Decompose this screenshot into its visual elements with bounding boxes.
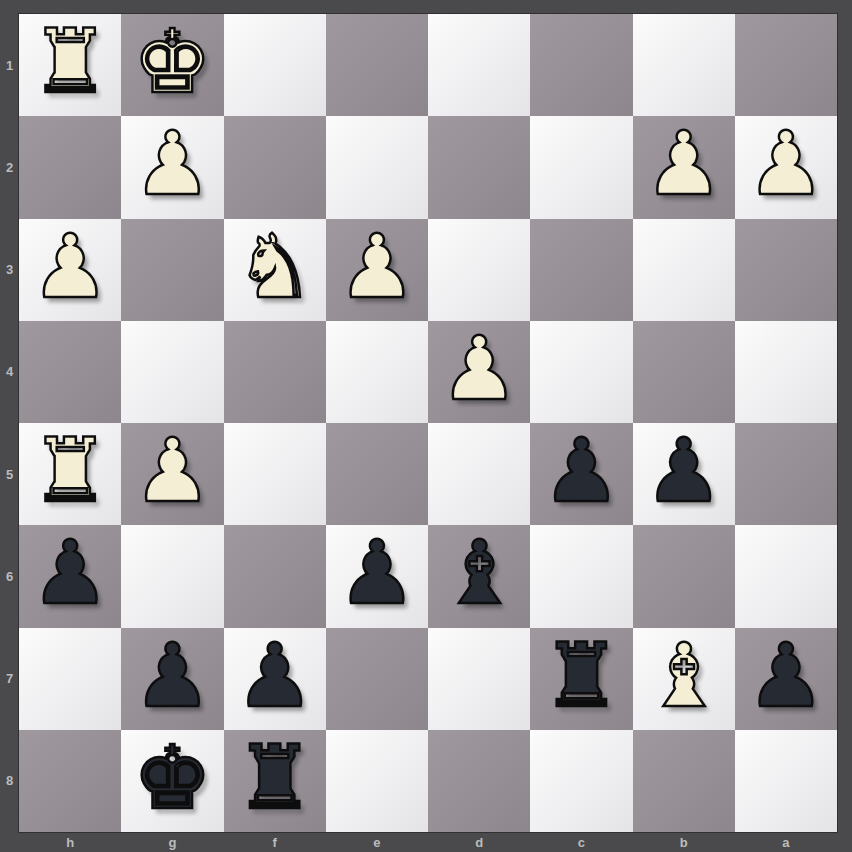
square-c4[interactable] xyxy=(530,321,632,423)
square-e8[interactable] xyxy=(326,730,428,832)
rank-labels: 12345678 xyxy=(0,14,19,832)
piece-black-rook-f8[interactable]: ♜ xyxy=(224,730,326,832)
square-a8[interactable] xyxy=(735,730,837,832)
square-e5[interactable] xyxy=(326,423,428,525)
square-h4[interactable] xyxy=(19,321,121,423)
square-a3[interactable] xyxy=(735,219,837,321)
square-d7[interactable] xyxy=(428,628,530,730)
square-g7[interactable]: ♟ xyxy=(121,628,223,730)
square-g1[interactable]: ♚ xyxy=(121,14,223,116)
square-f1[interactable] xyxy=(224,14,326,116)
piece-white-pawn-d4[interactable]: ♟ xyxy=(428,321,530,423)
square-a1[interactable] xyxy=(735,14,837,116)
square-e4[interactable] xyxy=(326,321,428,423)
file-label-f: f xyxy=(224,832,326,852)
square-f5[interactable] xyxy=(224,423,326,525)
square-c8[interactable] xyxy=(530,730,632,832)
piece-black-king-g8[interactable]: ♚ xyxy=(121,730,223,832)
square-d8[interactable] xyxy=(428,730,530,832)
square-f3[interactable]: ♞ xyxy=(224,219,326,321)
rank-label-6: 6 xyxy=(0,525,19,627)
file-label-b: b xyxy=(633,832,735,852)
square-c1[interactable] xyxy=(530,14,632,116)
piece-white-pawn-h3[interactable]: ♟ xyxy=(19,219,121,321)
square-b7[interactable]: ♝ xyxy=(633,628,735,730)
square-c2[interactable] xyxy=(530,116,632,218)
piece-white-pawn-e3[interactable]: ♟ xyxy=(326,219,428,321)
square-e2[interactable] xyxy=(326,116,428,218)
square-b3[interactable] xyxy=(633,219,735,321)
square-f7[interactable]: ♟ xyxy=(224,628,326,730)
square-b4[interactable] xyxy=(633,321,735,423)
file-label-d: d xyxy=(428,832,530,852)
piece-black-pawn-f7[interactable]: ♟ xyxy=(224,628,326,730)
square-b1[interactable] xyxy=(633,14,735,116)
square-d4[interactable]: ♟ xyxy=(428,321,530,423)
file-label-a: a xyxy=(735,832,837,852)
piece-white-pawn-b2[interactable]: ♟ xyxy=(633,116,735,218)
square-e1[interactable] xyxy=(326,14,428,116)
chess-board: ♜♚♟♟♟♟♞♟♟♜♟♟♟♟♟♝♟♟♜♝♟♚♜ xyxy=(19,14,837,832)
square-f4[interactable] xyxy=(224,321,326,423)
piece-white-pawn-g5[interactable]: ♟ xyxy=(121,423,223,525)
piece-black-pawn-c5[interactable]: ♟ xyxy=(530,423,632,525)
square-g6[interactable] xyxy=(121,525,223,627)
square-a7[interactable]: ♟ xyxy=(735,628,837,730)
square-g3[interactable] xyxy=(121,219,223,321)
square-c7[interactable]: ♜ xyxy=(530,628,632,730)
square-d6[interactable]: ♝ xyxy=(428,525,530,627)
rank-label-3: 3 xyxy=(0,219,19,321)
square-d2[interactable] xyxy=(428,116,530,218)
square-f8[interactable]: ♜ xyxy=(224,730,326,832)
piece-black-pawn-g7[interactable]: ♟ xyxy=(121,628,223,730)
square-f6[interactable] xyxy=(224,525,326,627)
square-d1[interactable] xyxy=(428,14,530,116)
piece-black-pawn-b5[interactable]: ♟ xyxy=(633,423,735,525)
square-h5[interactable]: ♜ xyxy=(19,423,121,525)
rank-label-2: 2 xyxy=(0,116,19,218)
piece-white-pawn-g2[interactable]: ♟ xyxy=(121,116,223,218)
square-h8[interactable] xyxy=(19,730,121,832)
file-label-c: c xyxy=(530,832,632,852)
piece-black-pawn-a7[interactable]: ♟ xyxy=(735,628,837,730)
square-h1[interactable]: ♜ xyxy=(19,14,121,116)
square-g2[interactable]: ♟ xyxy=(121,116,223,218)
file-labels: hgfedcba xyxy=(19,832,837,852)
square-e3[interactable]: ♟ xyxy=(326,219,428,321)
rank-label-8: 8 xyxy=(0,730,19,832)
rank-label-7: 7 xyxy=(0,628,19,730)
piece-black-pawn-e6[interactable]: ♟ xyxy=(326,525,428,627)
piece-white-bishop-b7[interactable]: ♝ xyxy=(633,628,735,730)
chess-board-frame: 12345678 ♜♚♟♟♟♟♞♟♟♜♟♟♟♟♟♝♟♟♜♝♟♚♜ hgfedcb… xyxy=(0,0,852,852)
square-b6[interactable] xyxy=(633,525,735,627)
square-d5[interactable] xyxy=(428,423,530,525)
square-a5[interactable] xyxy=(735,423,837,525)
square-e7[interactable] xyxy=(326,628,428,730)
square-c3[interactable] xyxy=(530,219,632,321)
square-d3[interactable] xyxy=(428,219,530,321)
square-a2[interactable]: ♟ xyxy=(735,116,837,218)
square-f2[interactable] xyxy=(224,116,326,218)
piece-black-pawn-h6[interactable]: ♟ xyxy=(19,525,121,627)
rank-label-1: 1 xyxy=(0,14,19,116)
square-h3[interactable]: ♟ xyxy=(19,219,121,321)
file-label-g: g xyxy=(121,832,223,852)
square-a4[interactable] xyxy=(735,321,837,423)
square-h2[interactable] xyxy=(19,116,121,218)
square-g4[interactable] xyxy=(121,321,223,423)
piece-white-pawn-a2[interactable]: ♟ xyxy=(735,116,837,218)
square-c5[interactable]: ♟ xyxy=(530,423,632,525)
piece-black-bishop-d6[interactable]: ♝ xyxy=(428,525,530,627)
rank-label-5: 5 xyxy=(0,423,19,525)
piece-white-rook-h5[interactable]: ♜ xyxy=(19,423,121,525)
square-b8[interactable] xyxy=(633,730,735,832)
square-c6[interactable] xyxy=(530,525,632,627)
piece-white-rook-h1[interactable]: ♜ xyxy=(19,14,121,116)
square-g8[interactable]: ♚ xyxy=(121,730,223,832)
rank-label-4: 4 xyxy=(0,321,19,423)
piece-white-knight-f3[interactable]: ♞ xyxy=(224,219,326,321)
square-e6[interactable]: ♟ xyxy=(326,525,428,627)
piece-white-king-g1[interactable]: ♚ xyxy=(121,14,223,116)
square-b5[interactable]: ♟ xyxy=(633,423,735,525)
square-h6[interactable]: ♟ xyxy=(19,525,121,627)
file-label-h: h xyxy=(19,832,121,852)
square-h7[interactable] xyxy=(19,628,121,730)
piece-black-rook-c7[interactable]: ♜ xyxy=(530,628,632,730)
file-label-e: e xyxy=(326,832,428,852)
square-b2[interactable]: ♟ xyxy=(633,116,735,218)
square-a6[interactable] xyxy=(735,525,837,627)
square-g5[interactable]: ♟ xyxy=(121,423,223,525)
